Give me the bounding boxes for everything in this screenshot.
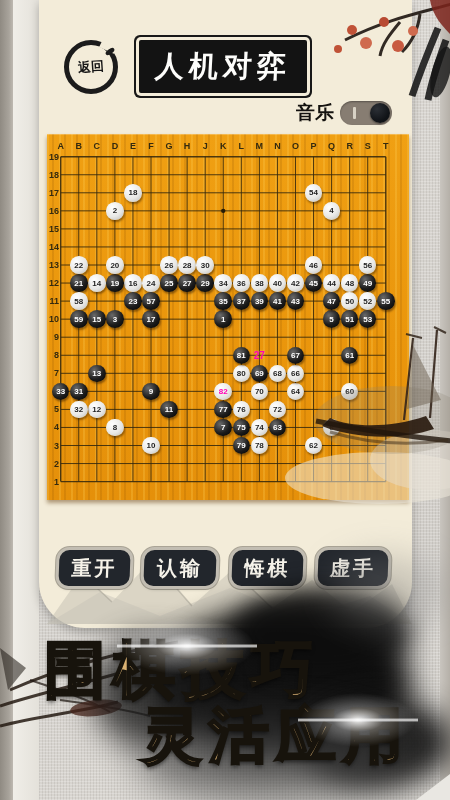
stone-44: 44 (323, 274, 341, 292)
stone-1: 1 (214, 310, 232, 328)
row-label: 3 (45, 441, 59, 451)
stone-56: 56 (359, 256, 377, 274)
row-label: 4 (45, 422, 59, 432)
column-label: D (112, 141, 119, 151)
column-label: R (346, 141, 353, 151)
column-label: O (292, 141, 299, 151)
stone-25: 25 (160, 274, 178, 292)
stone-32: 32 (70, 401, 88, 419)
stone-76: 76 (233, 401, 251, 419)
column-label: J (203, 141, 208, 151)
app-screen: 返回 人机对弈 音乐 ABCDEFGHJKLMNOPQRST1918171615… (0, 0, 450, 800)
stone-57: 57 (142, 292, 160, 310)
stone-24: 24 (142, 274, 160, 292)
stone-14: 14 (88, 274, 106, 292)
stone-21: 21 (70, 274, 88, 292)
stone-23: 23 (124, 292, 142, 310)
stone-66: 66 (287, 365, 305, 383)
column-label: Q (328, 141, 335, 151)
stone-77: 77 (214, 401, 232, 419)
stone-47: 47 (323, 292, 341, 310)
column-label: A (57, 141, 64, 151)
stone-29: 29 (196, 274, 214, 292)
stone-5: 5 (323, 310, 341, 328)
column-label: P (311, 141, 317, 151)
stone-59: 59 (70, 310, 88, 328)
stone-55: 55 (377, 292, 395, 310)
stone-27: 27 (178, 274, 196, 292)
stone-12: 12 (88, 401, 106, 419)
stone-48: 48 (341, 274, 359, 292)
stone-34: 34 (214, 274, 232, 292)
stone-7: 7 (214, 419, 232, 437)
row-label: 14 (45, 242, 59, 252)
stone-13: 13 (88, 365, 106, 383)
row-label: 12 (45, 278, 59, 288)
stone-54: 54 (305, 184, 323, 202)
row-label: 2 (45, 459, 59, 469)
stone-16: 16 (124, 274, 142, 292)
music-setting: 音乐 (296, 100, 392, 126)
stone-31: 31 (70, 383, 88, 401)
column-label: H (184, 141, 191, 151)
stone-68: 68 (269, 365, 287, 383)
column-label: M (256, 141, 264, 151)
right-edge-strip (440, 0, 450, 800)
stone-38: 38 (251, 274, 269, 292)
stone-35: 35 (214, 292, 232, 310)
stone-8: 8 (106, 419, 124, 437)
stone-36: 36 (233, 274, 251, 292)
page-title: 人机对弈 (154, 47, 292, 87)
column-label: B (76, 141, 83, 151)
row-label: 10 (45, 314, 59, 324)
row-label: 1 (45, 477, 59, 487)
column-label: L (239, 141, 245, 151)
row-label: 13 (45, 260, 59, 270)
stone-15: 15 (88, 310, 106, 328)
row-label: 15 (45, 224, 59, 234)
stone-28: 28 (178, 256, 196, 274)
column-label: E (130, 141, 136, 151)
stone-19: 19 (106, 274, 124, 292)
undo-button[interactable]: 悔棋 (231, 550, 303, 586)
stone-70: 70 (251, 383, 269, 401)
stone-3: 3 (106, 310, 124, 328)
back-button[interactable]: 返回 (64, 40, 118, 94)
row-label: 11 (45, 296, 59, 306)
column-label: S (365, 141, 371, 151)
column-label: N (274, 141, 281, 151)
stone-75: 75 (233, 419, 251, 437)
music-toggle[interactable] (340, 101, 392, 125)
toggle-knob (370, 103, 390, 123)
stone-67: 67 (287, 347, 305, 365)
stone-50: 50 (341, 292, 359, 310)
stone-11: 11 (160, 401, 178, 419)
stone-80: 80 (233, 365, 251, 383)
restart-button[interactable]: 重开 (58, 550, 130, 586)
column-label: T (383, 141, 389, 151)
stone-2: 2 (106, 202, 124, 220)
page-title-plaque: 人机对弈 (139, 40, 307, 93)
column-label: F (148, 141, 154, 151)
row-label: 18 (45, 170, 59, 180)
stone-17: 17 (142, 310, 160, 328)
stone-40: 40 (269, 274, 287, 292)
stone-20: 20 (106, 256, 124, 274)
stone-82: 82 (214, 383, 232, 401)
left-edge-strip (0, 0, 13, 800)
stone-46: 46 (305, 256, 323, 274)
go-board[interactable]: ABCDEFGHJKLMNOPQRST191817161514131211109… (47, 134, 409, 500)
resign-button[interactable]: 认输 (143, 550, 216, 586)
column-label: C (94, 141, 101, 151)
stone-18: 18 (124, 184, 142, 202)
stone-37: 37 (233, 292, 251, 310)
music-label: 音乐 (296, 100, 334, 126)
back-button-label: 返回 (77, 57, 104, 77)
stone-41: 41 (269, 292, 287, 310)
column-label: G (166, 141, 173, 151)
stone-4: 4 (323, 202, 341, 220)
left-white-band (13, 0, 39, 800)
stone-10: 10 (142, 437, 160, 455)
corner-fold (416, 774, 450, 800)
column-label: K (220, 141, 227, 151)
row-label: 5 (45, 404, 59, 414)
stone-26: 26 (160, 256, 178, 274)
row-label: 19 (45, 152, 59, 162)
row-label: 16 (45, 206, 59, 216)
stone-69: 69 (251, 365, 269, 383)
stone-9: 9 (142, 383, 160, 401)
row-label: 17 (45, 188, 59, 198)
stone-43: 43 (287, 292, 305, 310)
stone-30: 30 (196, 256, 214, 274)
stone-39: 39 (251, 292, 269, 310)
stone-22: 22 (70, 256, 88, 274)
board-annotation: 27 (254, 350, 265, 361)
stone-42: 42 (287, 274, 305, 292)
banner-line2: 灵活应用 (142, 696, 410, 777)
row-label: 8 (45, 350, 59, 360)
row-label: 7 (45, 368, 59, 378)
stone-45: 45 (305, 274, 323, 292)
stone-58: 58 (70, 292, 88, 310)
row-label: 9 (45, 332, 59, 342)
toggle-on-bar (353, 107, 356, 119)
ink-wash (330, 556, 440, 626)
stone-81: 81 (233, 347, 251, 365)
